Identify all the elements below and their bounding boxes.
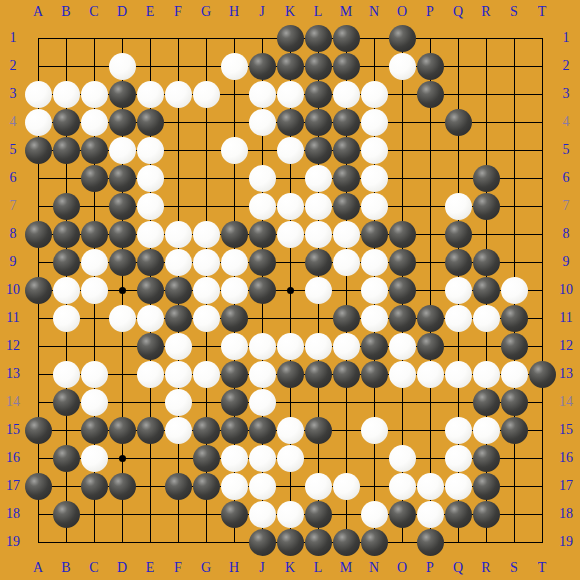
intersection-B12[interactable]	[52, 332, 80, 360]
intersection-O13[interactable]	[388, 360, 416, 388]
intersection-K14[interactable]	[276, 388, 304, 416]
intersection-N5[interactable]	[360, 136, 388, 164]
intersection-H19[interactable]	[220, 528, 248, 556]
intersection-Q14[interactable]	[444, 388, 472, 416]
intersection-H4[interactable]	[220, 108, 248, 136]
intersection-H9[interactable]	[220, 248, 248, 276]
intersection-E12[interactable]	[136, 332, 164, 360]
intersection-G10[interactable]	[192, 276, 220, 304]
intersection-M18[interactable]	[332, 500, 360, 528]
intersection-M7[interactable]	[332, 192, 360, 220]
intersection-G2[interactable]	[192, 52, 220, 80]
intersection-O17[interactable]	[388, 472, 416, 500]
intersection-A16[interactable]	[24, 444, 52, 472]
intersection-M2[interactable]	[332, 52, 360, 80]
intersection-R9[interactable]	[472, 248, 500, 276]
intersection-E15[interactable]	[136, 416, 164, 444]
intersection-G3[interactable]	[192, 80, 220, 108]
intersection-M3[interactable]	[332, 80, 360, 108]
intersection-D1[interactable]	[108, 24, 136, 52]
intersection-O7[interactable]	[388, 192, 416, 220]
intersection-J6[interactable]	[248, 164, 276, 192]
intersection-B3[interactable]	[52, 80, 80, 108]
intersection-G16[interactable]	[192, 444, 220, 472]
intersection-F6[interactable]	[164, 164, 192, 192]
intersection-P5[interactable]	[416, 136, 444, 164]
intersection-Q15[interactable]	[444, 416, 472, 444]
intersection-N7[interactable]	[360, 192, 388, 220]
intersection-J15[interactable]	[248, 416, 276, 444]
intersection-R19[interactable]	[472, 528, 500, 556]
intersection-L12[interactable]	[304, 332, 332, 360]
intersection-O11[interactable]	[388, 304, 416, 332]
intersection-J8[interactable]	[248, 220, 276, 248]
intersection-S4[interactable]	[500, 108, 528, 136]
intersection-D5[interactable]	[108, 136, 136, 164]
intersection-N13[interactable]	[360, 360, 388, 388]
intersection-L7[interactable]	[304, 192, 332, 220]
intersection-O4[interactable]	[388, 108, 416, 136]
intersection-H18[interactable]	[220, 500, 248, 528]
intersection-D11[interactable]	[108, 304, 136, 332]
intersection-P2[interactable]	[416, 52, 444, 80]
intersection-O16[interactable]	[388, 444, 416, 472]
intersection-A14[interactable]	[24, 388, 52, 416]
intersection-P14[interactable]	[416, 388, 444, 416]
intersection-Q16[interactable]	[444, 444, 472, 472]
intersection-K8[interactable]	[276, 220, 304, 248]
intersection-G1[interactable]	[192, 24, 220, 52]
intersection-P18[interactable]	[416, 500, 444, 528]
intersection-R18[interactable]	[472, 500, 500, 528]
intersection-M13[interactable]	[332, 360, 360, 388]
intersection-Q11[interactable]	[444, 304, 472, 332]
intersection-J14[interactable]	[248, 388, 276, 416]
intersection-G9[interactable]	[192, 248, 220, 276]
intersection-D12[interactable]	[108, 332, 136, 360]
intersection-N2[interactable]	[360, 52, 388, 80]
intersection-G14[interactable]	[192, 388, 220, 416]
intersection-E4[interactable]	[136, 108, 164, 136]
intersection-N19[interactable]	[360, 528, 388, 556]
intersection-S18[interactable]	[500, 500, 528, 528]
intersection-C6[interactable]	[80, 164, 108, 192]
intersection-R3[interactable]	[472, 80, 500, 108]
intersection-S16[interactable]	[500, 444, 528, 472]
intersection-G8[interactable]	[192, 220, 220, 248]
intersection-P12[interactable]	[416, 332, 444, 360]
intersection-T10[interactable]	[528, 276, 556, 304]
intersection-R17[interactable]	[472, 472, 500, 500]
intersection-Q3[interactable]	[444, 80, 472, 108]
intersection-D14[interactable]	[108, 388, 136, 416]
intersection-P1[interactable]	[416, 24, 444, 52]
intersection-R13[interactable]	[472, 360, 500, 388]
intersection-A2[interactable]	[24, 52, 52, 80]
intersection-P3[interactable]	[416, 80, 444, 108]
intersection-L17[interactable]	[304, 472, 332, 500]
intersection-A1[interactable]	[24, 24, 52, 52]
intersection-F11[interactable]	[164, 304, 192, 332]
intersection-T3[interactable]	[528, 80, 556, 108]
intersection-T9[interactable]	[528, 248, 556, 276]
intersection-N14[interactable]	[360, 388, 388, 416]
intersection-O19[interactable]	[388, 528, 416, 556]
intersection-S12[interactable]	[500, 332, 528, 360]
intersection-F3[interactable]	[164, 80, 192, 108]
intersection-S14[interactable]	[500, 388, 528, 416]
intersection-G19[interactable]	[192, 528, 220, 556]
intersection-H3[interactable]	[220, 80, 248, 108]
intersection-G5[interactable]	[192, 136, 220, 164]
intersection-G15[interactable]	[192, 416, 220, 444]
intersection-K9[interactable]	[276, 248, 304, 276]
intersection-S19[interactable]	[500, 528, 528, 556]
intersection-K5[interactable]	[276, 136, 304, 164]
intersection-H8[interactable]	[220, 220, 248, 248]
intersection-A15[interactable]	[24, 416, 52, 444]
intersection-P19[interactable]	[416, 528, 444, 556]
intersection-P8[interactable]	[416, 220, 444, 248]
intersection-T14[interactable]	[528, 388, 556, 416]
intersection-K10[interactable]	[276, 276, 304, 304]
intersection-S15[interactable]	[500, 416, 528, 444]
intersection-L4[interactable]	[304, 108, 332, 136]
intersection-F13[interactable]	[164, 360, 192, 388]
intersection-N1[interactable]	[360, 24, 388, 52]
intersection-F1[interactable]	[164, 24, 192, 52]
intersection-L3[interactable]	[304, 80, 332, 108]
intersection-L15[interactable]	[304, 416, 332, 444]
intersection-S10[interactable]	[500, 276, 528, 304]
intersection-N16[interactable]	[360, 444, 388, 472]
intersection-F9[interactable]	[164, 248, 192, 276]
intersection-B19[interactable]	[52, 528, 80, 556]
intersection-G12[interactable]	[192, 332, 220, 360]
intersection-O18[interactable]	[388, 500, 416, 528]
intersection-F17[interactable]	[164, 472, 192, 500]
intersection-P15[interactable]	[416, 416, 444, 444]
intersection-T18[interactable]	[528, 500, 556, 528]
intersection-Q10[interactable]	[444, 276, 472, 304]
intersection-K1[interactable]	[276, 24, 304, 52]
intersection-K12[interactable]	[276, 332, 304, 360]
intersection-B13[interactable]	[52, 360, 80, 388]
intersection-R7[interactable]	[472, 192, 500, 220]
intersection-S2[interactable]	[500, 52, 528, 80]
intersection-J1[interactable]	[248, 24, 276, 52]
intersection-J9[interactable]	[248, 248, 276, 276]
intersection-J5[interactable]	[248, 136, 276, 164]
intersection-H6[interactable]	[220, 164, 248, 192]
intersection-D7[interactable]	[108, 192, 136, 220]
intersection-M4[interactable]	[332, 108, 360, 136]
intersection-R15[interactable]	[472, 416, 500, 444]
intersection-J13[interactable]	[248, 360, 276, 388]
intersection-A11[interactable]	[24, 304, 52, 332]
intersection-A19[interactable]	[24, 528, 52, 556]
intersection-R4[interactable]	[472, 108, 500, 136]
intersection-L16[interactable]	[304, 444, 332, 472]
intersection-B16[interactable]	[52, 444, 80, 472]
intersection-R5[interactable]	[472, 136, 500, 164]
intersection-Q4[interactable]	[444, 108, 472, 136]
intersection-N17[interactable]	[360, 472, 388, 500]
intersection-T1[interactable]	[528, 24, 556, 52]
intersection-O14[interactable]	[388, 388, 416, 416]
intersection-B18[interactable]	[52, 500, 80, 528]
intersection-H11[interactable]	[220, 304, 248, 332]
intersection-Q6[interactable]	[444, 164, 472, 192]
intersection-F14[interactable]	[164, 388, 192, 416]
intersection-M14[interactable]	[332, 388, 360, 416]
intersection-J7[interactable]	[248, 192, 276, 220]
intersection-C16[interactable]	[80, 444, 108, 472]
intersection-O15[interactable]	[388, 416, 416, 444]
intersection-D9[interactable]	[108, 248, 136, 276]
intersection-R11[interactable]	[472, 304, 500, 332]
intersection-F7[interactable]	[164, 192, 192, 220]
intersection-R1[interactable]	[472, 24, 500, 52]
intersection-S5[interactable]	[500, 136, 528, 164]
intersection-Q8[interactable]	[444, 220, 472, 248]
intersection-T8[interactable]	[528, 220, 556, 248]
intersection-B1[interactable]	[52, 24, 80, 52]
intersection-N12[interactable]	[360, 332, 388, 360]
intersection-K17[interactable]	[276, 472, 304, 500]
intersection-E14[interactable]	[136, 388, 164, 416]
intersection-E9[interactable]	[136, 248, 164, 276]
intersection-Q9[interactable]	[444, 248, 472, 276]
intersection-S13[interactable]	[500, 360, 528, 388]
intersection-L5[interactable]	[304, 136, 332, 164]
intersection-L9[interactable]	[304, 248, 332, 276]
intersection-D4[interactable]	[108, 108, 136, 136]
intersection-A13[interactable]	[24, 360, 52, 388]
intersection-G11[interactable]	[192, 304, 220, 332]
intersection-N3[interactable]	[360, 80, 388, 108]
intersection-E3[interactable]	[136, 80, 164, 108]
intersection-M19[interactable]	[332, 528, 360, 556]
intersection-B10[interactable]	[52, 276, 80, 304]
intersection-A17[interactable]	[24, 472, 52, 500]
intersection-K19[interactable]	[276, 528, 304, 556]
intersection-D18[interactable]	[108, 500, 136, 528]
intersection-M9[interactable]	[332, 248, 360, 276]
intersection-D10[interactable]	[108, 276, 136, 304]
intersection-R10[interactable]	[472, 276, 500, 304]
intersection-E16[interactable]	[136, 444, 164, 472]
intersection-C10[interactable]	[80, 276, 108, 304]
intersection-C8[interactable]	[80, 220, 108, 248]
intersection-M6[interactable]	[332, 164, 360, 192]
intersection-B14[interactable]	[52, 388, 80, 416]
intersection-F10[interactable]	[164, 276, 192, 304]
intersection-J11[interactable]	[248, 304, 276, 332]
intersection-K2[interactable]	[276, 52, 304, 80]
intersection-C4[interactable]	[80, 108, 108, 136]
intersection-R2[interactable]	[472, 52, 500, 80]
intersection-R6[interactable]	[472, 164, 500, 192]
intersection-J10[interactable]	[248, 276, 276, 304]
intersection-Q2[interactable]	[444, 52, 472, 80]
intersection-P13[interactable]	[416, 360, 444, 388]
intersection-B15[interactable]	[52, 416, 80, 444]
intersection-M8[interactable]	[332, 220, 360, 248]
intersection-T16[interactable]	[528, 444, 556, 472]
intersection-T19[interactable]	[528, 528, 556, 556]
intersection-S11[interactable]	[500, 304, 528, 332]
intersection-B2[interactable]	[52, 52, 80, 80]
intersection-O8[interactable]	[388, 220, 416, 248]
intersection-T4[interactable]	[528, 108, 556, 136]
intersection-L13[interactable]	[304, 360, 332, 388]
intersection-D3[interactable]	[108, 80, 136, 108]
intersection-E6[interactable]	[136, 164, 164, 192]
intersection-E19[interactable]	[136, 528, 164, 556]
intersection-A6[interactable]	[24, 164, 52, 192]
intersection-J18[interactable]	[248, 500, 276, 528]
intersection-G18[interactable]	[192, 500, 220, 528]
intersection-R12[interactable]	[472, 332, 500, 360]
intersection-T17[interactable]	[528, 472, 556, 500]
intersection-A4[interactable]	[24, 108, 52, 136]
intersection-C13[interactable]	[80, 360, 108, 388]
intersection-H5[interactable]	[220, 136, 248, 164]
intersection-H7[interactable]	[220, 192, 248, 220]
intersection-S17[interactable]	[500, 472, 528, 500]
intersection-H15[interactable]	[220, 416, 248, 444]
intersection-K18[interactable]	[276, 500, 304, 528]
intersection-J3[interactable]	[248, 80, 276, 108]
intersection-N6[interactable]	[360, 164, 388, 192]
intersection-T5[interactable]	[528, 136, 556, 164]
intersection-O6[interactable]	[388, 164, 416, 192]
intersection-A5[interactable]	[24, 136, 52, 164]
intersection-F15[interactable]	[164, 416, 192, 444]
intersection-M16[interactable]	[332, 444, 360, 472]
intersection-R16[interactable]	[472, 444, 500, 472]
intersection-Q12[interactable]	[444, 332, 472, 360]
intersection-D15[interactable]	[108, 416, 136, 444]
intersection-C15[interactable]	[80, 416, 108, 444]
intersection-G6[interactable]	[192, 164, 220, 192]
intersection-N9[interactable]	[360, 248, 388, 276]
intersection-F12[interactable]	[164, 332, 192, 360]
intersection-A7[interactable]	[24, 192, 52, 220]
intersection-C14[interactable]	[80, 388, 108, 416]
intersection-Q1[interactable]	[444, 24, 472, 52]
intersection-C18[interactable]	[80, 500, 108, 528]
intersection-T15[interactable]	[528, 416, 556, 444]
intersection-A3[interactable]	[24, 80, 52, 108]
intersection-L8[interactable]	[304, 220, 332, 248]
intersection-J17[interactable]	[248, 472, 276, 500]
intersection-H14[interactable]	[220, 388, 248, 416]
intersection-P11[interactable]	[416, 304, 444, 332]
intersection-K4[interactable]	[276, 108, 304, 136]
intersection-G7[interactable]	[192, 192, 220, 220]
intersection-E1[interactable]	[136, 24, 164, 52]
intersection-D16[interactable]	[108, 444, 136, 472]
intersection-K11[interactable]	[276, 304, 304, 332]
intersection-P10[interactable]	[416, 276, 444, 304]
intersection-P6[interactable]	[416, 164, 444, 192]
intersection-O5[interactable]	[388, 136, 416, 164]
intersection-D13[interactable]	[108, 360, 136, 388]
intersection-Q18[interactable]	[444, 500, 472, 528]
intersection-C5[interactable]	[80, 136, 108, 164]
intersection-P16[interactable]	[416, 444, 444, 472]
intersection-H10[interactable]	[220, 276, 248, 304]
intersection-R8[interactable]	[472, 220, 500, 248]
intersection-E18[interactable]	[136, 500, 164, 528]
intersection-T7[interactable]	[528, 192, 556, 220]
intersection-L1[interactable]	[304, 24, 332, 52]
intersection-E5[interactable]	[136, 136, 164, 164]
intersection-F18[interactable]	[164, 500, 192, 528]
intersection-E13[interactable]	[136, 360, 164, 388]
intersection-J4[interactable]	[248, 108, 276, 136]
intersection-D2[interactable]	[108, 52, 136, 80]
intersection-O9[interactable]	[388, 248, 416, 276]
intersection-E10[interactable]	[136, 276, 164, 304]
intersection-D17[interactable]	[108, 472, 136, 500]
intersection-F16[interactable]	[164, 444, 192, 472]
intersection-A8[interactable]	[24, 220, 52, 248]
intersection-S6[interactable]	[500, 164, 528, 192]
intersection-O12[interactable]	[388, 332, 416, 360]
intersection-H1[interactable]	[220, 24, 248, 52]
intersection-R14[interactable]	[472, 388, 500, 416]
intersection-B7[interactable]	[52, 192, 80, 220]
intersection-S8[interactable]	[500, 220, 528, 248]
intersection-T2[interactable]	[528, 52, 556, 80]
intersection-B8[interactable]	[52, 220, 80, 248]
intersection-F5[interactable]	[164, 136, 192, 164]
intersection-T12[interactable]	[528, 332, 556, 360]
intersection-M10[interactable]	[332, 276, 360, 304]
intersection-B9[interactable]	[52, 248, 80, 276]
intersection-D6[interactable]	[108, 164, 136, 192]
intersection-D19[interactable]	[108, 528, 136, 556]
intersection-H2[interactable]	[220, 52, 248, 80]
intersection-Q7[interactable]	[444, 192, 472, 220]
intersection-E11[interactable]	[136, 304, 164, 332]
intersection-P9[interactable]	[416, 248, 444, 276]
intersection-J19[interactable]	[248, 528, 276, 556]
intersection-E7[interactable]	[136, 192, 164, 220]
intersection-K7[interactable]	[276, 192, 304, 220]
intersection-M5[interactable]	[332, 136, 360, 164]
intersection-T13[interactable]	[528, 360, 556, 388]
intersection-F19[interactable]	[164, 528, 192, 556]
intersection-A9[interactable]	[24, 248, 52, 276]
intersection-O3[interactable]	[388, 80, 416, 108]
intersection-C19[interactable]	[80, 528, 108, 556]
intersection-S1[interactable]	[500, 24, 528, 52]
intersection-O1[interactable]	[388, 24, 416, 52]
intersection-N4[interactable]	[360, 108, 388, 136]
intersection-M1[interactable]	[332, 24, 360, 52]
intersection-B4[interactable]	[52, 108, 80, 136]
intersection-M17[interactable]	[332, 472, 360, 500]
intersection-C2[interactable]	[80, 52, 108, 80]
intersection-O2[interactable]	[388, 52, 416, 80]
intersection-D8[interactable]	[108, 220, 136, 248]
intersection-H16[interactable]	[220, 444, 248, 472]
intersection-P7[interactable]	[416, 192, 444, 220]
